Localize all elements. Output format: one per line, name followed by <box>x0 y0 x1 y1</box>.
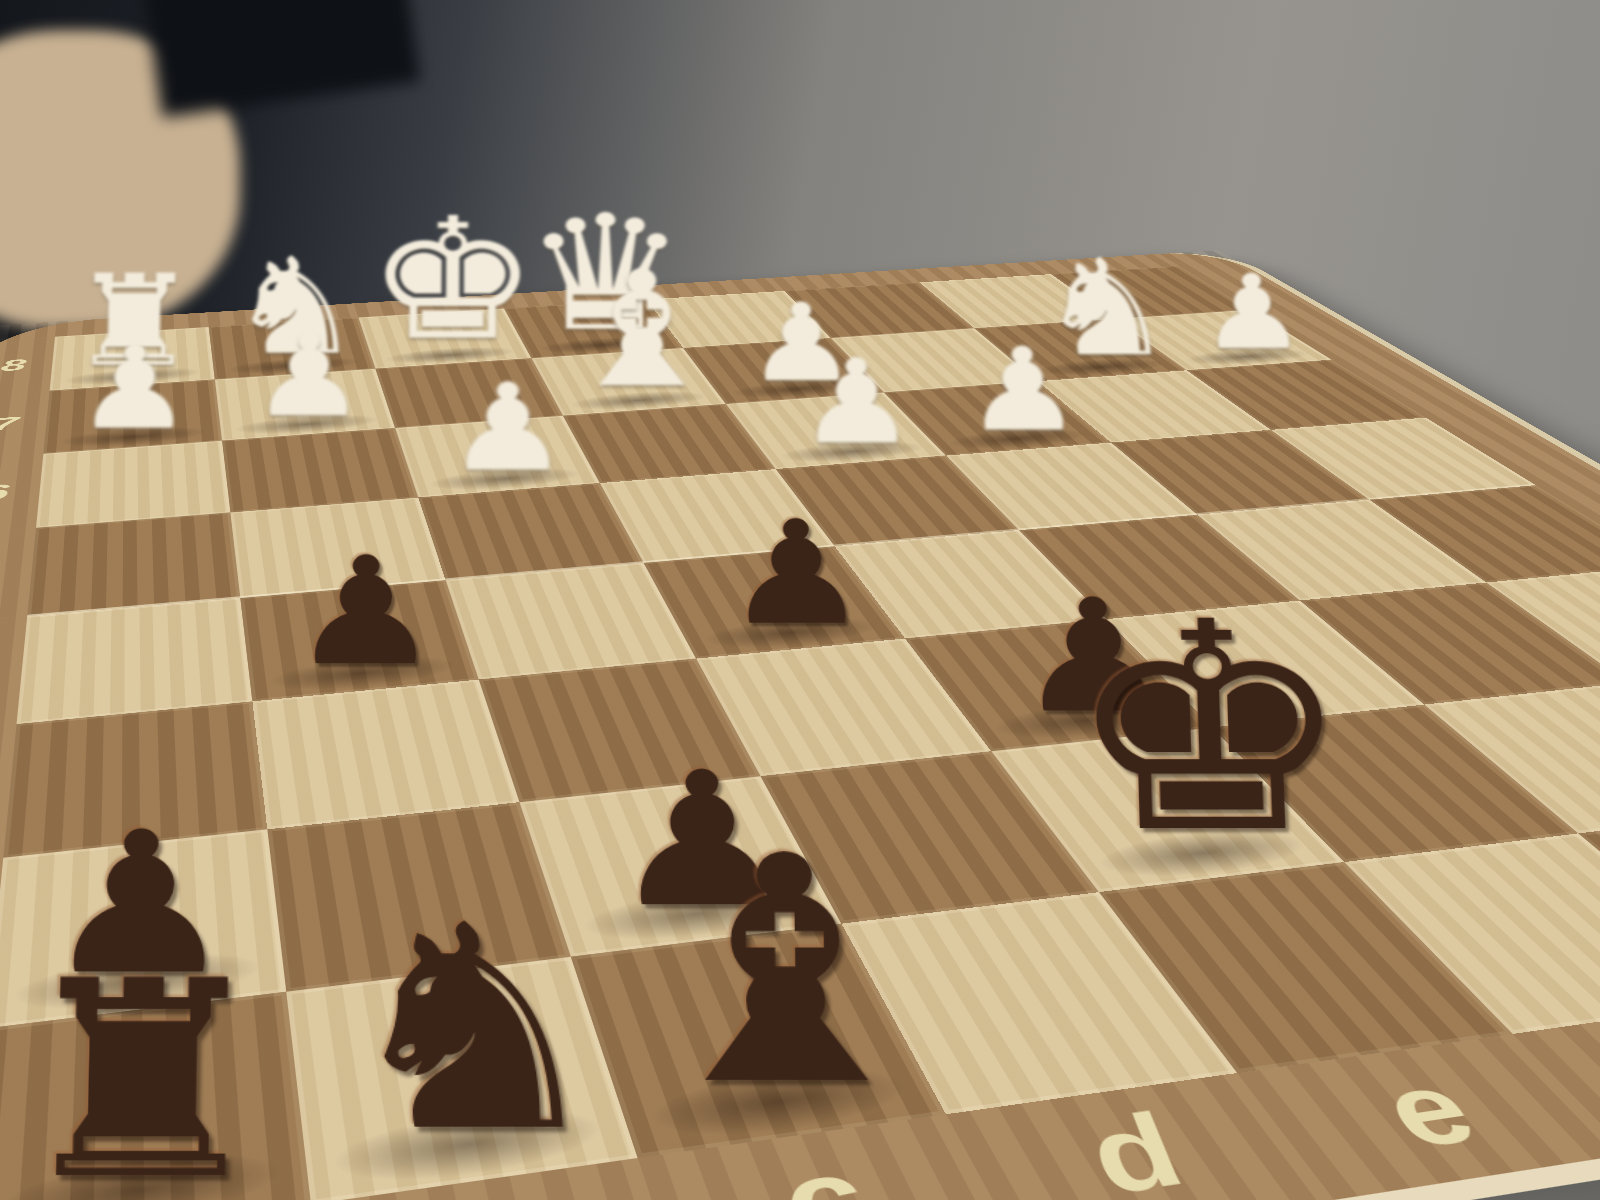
square-c1[interactable]: ♝ <box>571 924 946 1158</box>
piece-white-pawn-a7[interactable]: ♟ <box>75 334 194 443</box>
piece-black-pawn-d4[interactable]: ♟ <box>723 505 869 641</box>
piece-black-bishop-c1[interactable]: ♝ <box>630 823 944 1121</box>
square-b1[interactable]: ♞ <box>286 957 638 1200</box>
square-a1[interactable]: ♜ <box>0 992 311 1200</box>
rank-label-8: 8 <box>0 337 55 397</box>
piece-black-rook-a1[interactable]: ♜ <box>5 953 278 1200</box>
piece-white-pawn-h7[interactable]: ♟ <box>1198 263 1307 361</box>
piece-white-bishop-d7[interactable]: ♝ <box>560 254 724 406</box>
piece-white-pawn-b7[interactable]: ♟ <box>251 323 367 430</box>
chess-board-grid: 8♜♞♚♛7♟♟♝♟♞♟6♟♟♟54♟♟3♟2♟♟♚1♜♞♝abcdefgh <box>0 250 1600 1200</box>
photo-scene: 8♜♞♚♛7♟♟♝♟♞♟6♟♟♟54♟♟3♟2♟♟♚1♜♞♝abcdefgh <box>0 0 1600 1200</box>
rank-label-7: 7 <box>0 391 50 460</box>
dark-background-object <box>140 0 420 117</box>
piece-white-king-c8[interactable]: ♚ <box>366 200 539 359</box>
piece-white-pawn-e6[interactable]: ♟ <box>796 347 917 458</box>
chess-board: 8♜♞♚♛7♟♟♝♟♞♟6♟♟♟54♟♟3♟2♟♟♚1♜♞♝abcdefgh <box>0 250 1600 1200</box>
piece-white-pawn-c6[interactable]: ♟ <box>446 370 569 485</box>
piece-black-pawn-b4[interactable]: ♟ <box>289 541 441 683</box>
piece-black-knight-b1[interactable]: ♞ <box>333 896 614 1165</box>
piece-white-pawn-f6[interactable]: ♟ <box>963 335 1083 444</box>
square-a4[interactable] <box>17 598 253 724</box>
piece-black-king-e2[interactable]: ♚ <box>1062 593 1359 867</box>
